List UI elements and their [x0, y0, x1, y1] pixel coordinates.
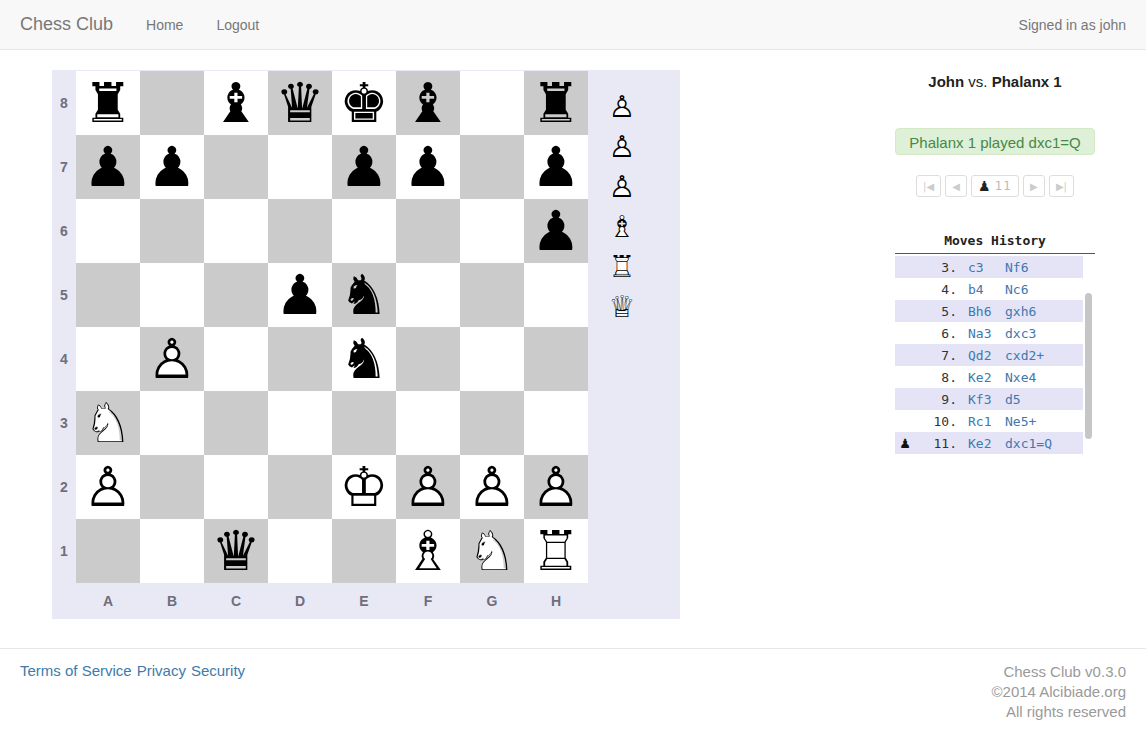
- piece-glyph: ♟: [147, 135, 196, 199]
- move-row-9: 9.Kf3d5: [895, 388, 1083, 410]
- piece-white-bishop: ♝♗: [403, 524, 452, 579]
- square-f7[interactable]: ♟: [396, 135, 460, 199]
- square-d6[interactable]: [268, 199, 332, 263]
- square-a7[interactable]: ♟: [76, 135, 140, 199]
- file-label-c: C: [204, 583, 268, 619]
- square-d5[interactable]: ♟: [268, 263, 332, 327]
- black-move-link[interactable]: d5: [1005, 392, 1021, 407]
- piece-glyph: ♟: [275, 263, 324, 327]
- move-number: 9.: [915, 392, 957, 407]
- piece-glyph: ♛: [211, 519, 260, 583]
- piece-outline: ♙: [609, 169, 636, 204]
- white-move-cell: b4: [957, 282, 1005, 297]
- square-b6[interactable]: [140, 199, 204, 263]
- pager-prev-button[interactable]: ◀: [945, 175, 967, 197]
- move-row-8: 8.Ke2Nxe4: [895, 366, 1083, 388]
- square-b4[interactable]: ♟♙: [140, 327, 204, 391]
- square-h4[interactable]: [524, 327, 588, 391]
- square-h1[interactable]: ♜♖: [524, 519, 588, 583]
- white-move-cell: Na3: [957, 326, 1005, 341]
- footer-info-line: All rights reserved: [992, 702, 1126, 722]
- black-move-link[interactable]: dxc1=Q: [1005, 436, 1052, 451]
- black-move-cell: cxd2+: [1005, 348, 1083, 363]
- square-a6[interactable]: [76, 199, 140, 263]
- piece-glyph: ♛: [275, 71, 324, 135]
- square-g2[interactable]: ♟♙: [460, 455, 524, 519]
- black-move-cell: Nf6: [1005, 260, 1083, 275]
- square-g8[interactable]: [460, 71, 524, 135]
- square-b7[interactable]: ♟: [140, 135, 204, 199]
- piece-white-pawn: ♟♙: [403, 460, 452, 515]
- square-c4[interactable]: [204, 327, 268, 391]
- footer: Terms of ServicePrivacySecurity Chess Cl…: [0, 648, 1146, 722]
- white-move-cell: Rc1: [957, 414, 1005, 429]
- black-move-link[interactable]: Nxe4: [1005, 370, 1036, 385]
- square-c1[interactable]: ♛: [204, 519, 268, 583]
- move-number: 7.: [915, 348, 957, 363]
- footer-link-privacy[interactable]: Privacy: [137, 662, 186, 679]
- nav-link-logout[interactable]: Logout: [216, 17, 259, 33]
- pager-current-move: 11: [995, 179, 1012, 193]
- footer-link-security[interactable]: Security: [191, 662, 245, 679]
- piece-outline: ♗: [609, 209, 636, 244]
- square-h8[interactable]: ♜: [524, 71, 588, 135]
- black-move-cell: dxc3: [1005, 326, 1083, 341]
- square-h5[interactable]: [524, 263, 588, 327]
- white-move-link[interactable]: Bh6: [968, 304, 991, 319]
- piece-outline: ♕: [609, 289, 636, 324]
- file-label-d: D: [268, 583, 332, 619]
- square-g3[interactable]: [460, 391, 524, 455]
- footer-info-line: Chess Club v0.3.0: [992, 662, 1126, 682]
- navbar: Chess Club HomeLogout Signed in as john: [0, 0, 1146, 50]
- piece-outline: ♖: [609, 249, 636, 284]
- moves-list: 3.c3Nf64.b4Nc65.Bh6gxh66.Na3dxc37.Qd2cxd…: [895, 253, 1095, 454]
- piece-outline: ♖: [531, 519, 580, 583]
- square-b3[interactable]: [140, 391, 204, 455]
- file-labels: ABCDEFGH: [76, 583, 588, 619]
- piece-white-rook: ♜♖: [531, 524, 580, 579]
- piece-glyph: ♜: [83, 71, 132, 135]
- captured-white-bishop: ♝♗: [609, 212, 636, 242]
- black-move-cell: Ne5+: [1005, 414, 1083, 429]
- piece-glyph: ♟: [531, 135, 580, 199]
- footer-info-line: ©2014 Alcibiade.org: [992, 682, 1126, 702]
- piece-black-queen: ♛: [211, 524, 260, 579]
- piece-black-rook: ♜: [531, 76, 580, 131]
- square-f4[interactable]: [396, 327, 460, 391]
- square-d7[interactable]: [268, 135, 332, 199]
- game-panel: John vs. Phalanx 1 Phalanx 1 played dxc1…: [895, 70, 1095, 454]
- black-move-link[interactable]: dxc3: [1005, 326, 1036, 341]
- black-move-link[interactable]: gxh6: [1005, 304, 1036, 319]
- piece-black-pawn: ♟: [147, 140, 196, 195]
- move-row-7: 7.Qd2cxd2+: [895, 344, 1083, 366]
- footer-info: Chess Club v0.3.0©2014 Alcibiade.orgAll …: [992, 662, 1126, 722]
- square-f8[interactable]: ♝: [396, 71, 460, 135]
- square-c7[interactable]: [204, 135, 268, 199]
- white-move-link[interactable]: Qd2: [968, 348, 991, 363]
- piece-outline: ♘: [467, 519, 516, 583]
- move-row-10: 10.Rc1Ne5+: [895, 410, 1083, 432]
- square-c8[interactable]: ♝: [204, 71, 268, 135]
- square-e3[interactable]: [332, 391, 396, 455]
- black-player-name: Phalanx 1: [992, 73, 1062, 90]
- move-row-4: 4.b4Nc6: [895, 278, 1083, 300]
- vs-text: vs.: [964, 73, 992, 90]
- square-b1[interactable]: [140, 519, 204, 583]
- move-number: 10.: [915, 414, 957, 429]
- piece-black-pawn: ♟: [339, 140, 388, 195]
- piece-outline: ♔: [339, 455, 388, 519]
- piece-black-pawn: ♟: [83, 140, 132, 195]
- file-label-h: H: [524, 583, 588, 619]
- piece-black-knight: ♞: [339, 268, 388, 323]
- captured-pieces-tray: ♟♙♟♙♟♙♝♗♜♖♛♕: [590, 71, 654, 619]
- move-number: 6.: [915, 326, 957, 341]
- square-e6[interactable]: [332, 199, 396, 263]
- square-e7[interactable]: ♟: [332, 135, 396, 199]
- move-row-3: 3.c3Nf6: [895, 256, 1083, 278]
- square-a2[interactable]: ♟♙: [76, 455, 140, 519]
- piece-outline: ♙: [83, 455, 132, 519]
- piece-glyph: ♜: [531, 71, 580, 135]
- piece-glyph: ♚: [339, 71, 388, 135]
- rank-label-8: 8: [52, 71, 76, 135]
- move-pager: |◀ ◀ ♟11 ▶ ▶|: [895, 175, 1095, 197]
- square-h6[interactable]: ♟: [524, 199, 588, 263]
- black-move-link[interactable]: Ne5+: [1005, 414, 1036, 429]
- brand-link[interactable]: Chess Club: [20, 14, 113, 35]
- footer-link-terms-of-service[interactable]: Terms of Service: [20, 662, 132, 679]
- square-g4[interactable]: [460, 327, 524, 391]
- piece-glyph: ♞: [339, 263, 388, 327]
- white-move-link[interactable]: c3: [968, 260, 984, 275]
- square-h7[interactable]: ♟: [524, 135, 588, 199]
- piece-glyph: ♟: [531, 199, 580, 263]
- piece-black-pawn: ♟: [403, 140, 452, 195]
- file-label-a: A: [76, 583, 140, 619]
- white-move-cell: c3: [957, 260, 1005, 275]
- piece-black-pawn: ♟: [275, 268, 324, 323]
- piece-black-rook: ♜: [83, 76, 132, 131]
- black-move-link[interactable]: Nc6: [1005, 282, 1028, 297]
- rank-label-7: 7: [52, 135, 76, 199]
- piece-outline: ♘: [83, 391, 132, 455]
- square-b2[interactable]: [140, 455, 204, 519]
- black-move-link[interactable]: cxd2+: [1005, 348, 1044, 363]
- rank-label-1: 1: [52, 519, 76, 583]
- moves-scrollbar[interactable]: [1085, 293, 1092, 439]
- piece-black-bishop: ♝: [403, 76, 452, 131]
- piece-white-knight: ♞♘: [467, 524, 516, 579]
- pager-next-button[interactable]: ▶: [1023, 175, 1045, 197]
- piece-black-queen: ♛: [275, 76, 324, 131]
- black-pawn-icon: ♟: [895, 436, 915, 451]
- move-row-11: ♟11.Ke2dxc1=Q: [895, 432, 1083, 454]
- pager-last-button[interactable]: ▶|: [1049, 175, 1074, 197]
- black-move-cell: dxc1=Q: [1005, 436, 1083, 451]
- piece-glyph: ♟: [403, 135, 452, 199]
- piece-outline: ♙: [531, 455, 580, 519]
- piece-black-pawn: ♟: [531, 204, 580, 259]
- square-c5[interactable]: [204, 263, 268, 327]
- white-move-cell: Qd2: [957, 348, 1005, 363]
- game-title: John vs. Phalanx 1: [895, 73, 1095, 90]
- black-pawn-icon: ♟: [978, 178, 992, 194]
- rank-label-6: 6: [52, 199, 76, 263]
- square-a5[interactable]: [76, 263, 140, 327]
- black-move-cell: gxh6: [1005, 304, 1083, 319]
- square-d8[interactable]: ♛: [268, 71, 332, 135]
- file-label-e: E: [332, 583, 396, 619]
- square-c3[interactable]: [204, 391, 268, 455]
- file-label-g: G: [460, 583, 524, 619]
- piece-outline: ♗: [403, 519, 452, 583]
- white-move-cell: Ke2: [957, 370, 1005, 385]
- piece-white-pawn: ♟♙: [531, 460, 580, 515]
- piece-white-pawn: ♟♙: [147, 332, 196, 387]
- move-number: 8.: [915, 370, 957, 385]
- captured-white-pawn: ♟♙: [609, 132, 636, 162]
- rank-label-4: 4: [52, 327, 76, 391]
- move-number: 5.: [915, 304, 957, 319]
- captured-white-pawn: ♟♙: [609, 92, 636, 122]
- square-a1[interactable]: [76, 519, 140, 583]
- pager-first-button[interactable]: |◀: [916, 175, 941, 197]
- piece-glyph: ♝: [403, 71, 452, 135]
- last-move-alert: Phalanx 1 played dxc1=Q: [895, 128, 1095, 155]
- square-e5[interactable]: ♞: [332, 263, 396, 327]
- square-f2[interactable]: ♟♙: [396, 455, 460, 519]
- square-e2[interactable]: ♚♔: [332, 455, 396, 519]
- square-f3[interactable]: [396, 391, 460, 455]
- piece-black-bishop: ♝: [211, 76, 260, 131]
- piece-glyph: ♞: [339, 327, 388, 391]
- square-g6[interactable]: [460, 199, 524, 263]
- piece-black-king: ♚: [339, 76, 388, 131]
- move-row-5: 5.Bh6gxh6: [895, 300, 1083, 322]
- square-b8[interactable]: [140, 71, 204, 135]
- rank-label-5: 5: [52, 263, 76, 327]
- moves-history-title: Moves History: [895, 233, 1095, 248]
- square-d1[interactable]: [268, 519, 332, 583]
- square-h2[interactable]: ♟♙: [524, 455, 588, 519]
- piece-glyph: ♝: [211, 71, 260, 135]
- nav-link-home[interactable]: Home: [146, 17, 183, 33]
- square-e4[interactable]: ♞: [332, 327, 396, 391]
- square-d3[interactable]: [268, 391, 332, 455]
- piece-white-pawn: ♟♙: [467, 460, 516, 515]
- square-e8[interactable]: ♚: [332, 71, 396, 135]
- nav-links: HomeLogout: [113, 16, 259, 34]
- move-number: 11.: [915, 436, 957, 451]
- piece-outline: ♙: [147, 327, 196, 391]
- square-f1[interactable]: ♝♗: [396, 519, 460, 583]
- piece-white-pawn: ♟♙: [83, 460, 132, 515]
- chess-board: ♜♝♛♚♝♜♟♟♟♟♟♟♟♞♟♙♞♞♘♟♙♚♔♟♙♟♙♟♙♛♝♗♞♘♜♖: [76, 71, 588, 583]
- square-f5[interactable]: [396, 263, 460, 327]
- white-move-link[interactable]: Kf3: [968, 392, 991, 407]
- piece-glyph: ♟: [339, 135, 388, 199]
- square-b5[interactable]: [140, 263, 204, 327]
- black-move-cell: Nc6: [1005, 282, 1083, 297]
- captured-white-rook: ♜♖: [609, 252, 636, 282]
- file-label-f: F: [396, 583, 460, 619]
- square-h3[interactable]: [524, 391, 588, 455]
- piece-black-pawn: ♟: [531, 140, 580, 195]
- square-d2[interactable]: [268, 455, 332, 519]
- pager-current-button[interactable]: ♟11: [971, 175, 1019, 197]
- square-g7[interactable]: [460, 135, 524, 199]
- rank-labels: 87654321: [52, 71, 76, 583]
- square-a8[interactable]: ♜: [76, 71, 140, 135]
- rank-label-3: 3: [52, 391, 76, 455]
- white-move-cell: Bh6: [957, 304, 1005, 319]
- white-move-link[interactable]: Ke2: [968, 436, 991, 451]
- white-move-link[interactable]: Na3: [968, 326, 991, 341]
- square-g5[interactable]: [460, 263, 524, 327]
- rank-label-2: 2: [52, 455, 76, 519]
- white-player-name: John: [928, 73, 964, 90]
- captured-white-pawn: ♟♙: [609, 172, 636, 202]
- chess-board-frame: 87654321 ♜♝♛♚♝♜♟♟♟♟♟♟♟♞♟♙♞♞♘♟♙♚♔♟♙♟♙♟♙♛♝…: [52, 70, 680, 619]
- piece-white-king: ♚♔: [339, 460, 388, 515]
- square-c2[interactable]: [204, 455, 268, 519]
- moves-history: Moves History 3.c3Nf64.b4Nc65.Bh6gxh66.N…: [895, 233, 1095, 454]
- piece-black-knight: ♞: [339, 332, 388, 387]
- piece-outline: ♙: [403, 455, 452, 519]
- captured-white-queen: ♛♕: [609, 292, 636, 322]
- footer-links: Terms of ServicePrivacySecurity: [20, 662, 250, 722]
- square-g1[interactable]: ♞♘: [460, 519, 524, 583]
- square-f6[interactable]: [396, 199, 460, 263]
- move-row-6: 6.Na3dxc3: [895, 322, 1083, 344]
- signed-in-text: Signed in as john: [1019, 17, 1126, 33]
- piece-outline: ♙: [609, 89, 636, 124]
- square-d4[interactable]: [268, 327, 332, 391]
- square-c6[interactable]: [204, 199, 268, 263]
- file-label-b: B: [140, 583, 204, 619]
- square-a4[interactable]: [76, 327, 140, 391]
- white-move-link[interactable]: Ke2: [968, 370, 991, 385]
- piece-white-knight: ♞♘: [83, 396, 132, 451]
- piece-outline: ♙: [609, 129, 636, 164]
- black-move-cell: Nxe4: [1005, 370, 1083, 385]
- white-move-cell: Kf3: [957, 392, 1005, 407]
- black-move-cell: d5: [1005, 392, 1083, 407]
- move-number: 3.: [915, 260, 957, 275]
- piece-outline: ♙: [467, 455, 516, 519]
- square-a3[interactable]: ♞♘: [76, 391, 140, 455]
- square-e1[interactable]: [332, 519, 396, 583]
- white-move-link[interactable]: Rc1: [968, 414, 991, 429]
- black-move-link[interactable]: Nf6: [1005, 260, 1028, 275]
- white-move-link[interactable]: b4: [968, 282, 984, 297]
- piece-glyph: ♟: [83, 135, 132, 199]
- move-number: 4.: [915, 282, 957, 297]
- white-move-cell: Ke2: [957, 436, 1005, 451]
